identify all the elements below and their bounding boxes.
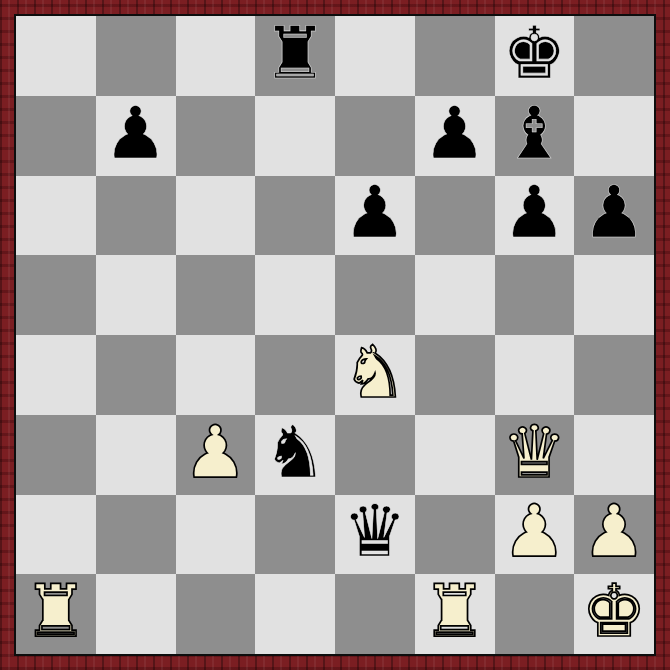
square-h6[interactable]: ♟: [574, 176, 654, 256]
square-c8[interactable]: [176, 16, 256, 96]
white-rook[interactable]: ♜: [422, 575, 487, 647]
square-c6[interactable]: [176, 176, 256, 256]
square-c1[interactable]: [176, 574, 256, 654]
square-c3[interactable]: ♟: [176, 415, 256, 495]
square-e6[interactable]: ♟: [335, 176, 415, 256]
square-b5[interactable]: [96, 255, 176, 335]
chess-board: ♜♚♟♟♝♟♟♟♞♟♞♛♛♟♟♜♜♚: [14, 14, 656, 656]
square-a6[interactable]: [16, 176, 96, 256]
square-g5[interactable]: [495, 255, 575, 335]
square-b1[interactable]: [96, 574, 176, 654]
square-e5[interactable]: [335, 255, 415, 335]
square-f8[interactable]: [415, 16, 495, 96]
black-rook[interactable]: ♜: [263, 17, 328, 89]
square-h2[interactable]: ♟: [574, 495, 654, 575]
square-f4[interactable]: [415, 335, 495, 415]
square-d8[interactable]: ♜: [255, 16, 335, 96]
black-pawn[interactable]: ♟: [103, 97, 168, 169]
square-h1[interactable]: ♚: [574, 574, 654, 654]
square-g1[interactable]: [495, 574, 575, 654]
white-pawn[interactable]: ♟: [183, 416, 248, 488]
square-a1[interactable]: ♜: [16, 574, 96, 654]
white-knight[interactable]: ♞: [343, 336, 408, 408]
square-b3[interactable]: [96, 415, 176, 495]
black-pawn[interactable]: ♟: [422, 97, 487, 169]
black-pawn[interactable]: ♟: [502, 176, 567, 248]
square-g3[interactable]: ♛: [495, 415, 575, 495]
board-frame: ♜♚♟♟♝♟♟♟♞♟♞♛♛♟♟♜♜♚: [0, 0, 670, 670]
square-b6[interactable]: [96, 176, 176, 256]
square-g7[interactable]: ♝: [495, 96, 575, 176]
square-b4[interactable]: [96, 335, 176, 415]
white-pawn[interactable]: ♟: [502, 495, 567, 567]
black-queen[interactable]: ♛: [343, 495, 408, 567]
square-a5[interactable]: [16, 255, 96, 335]
square-h7[interactable]: [574, 96, 654, 176]
square-h5[interactable]: [574, 255, 654, 335]
square-g4[interactable]: [495, 335, 575, 415]
square-e8[interactable]: [335, 16, 415, 96]
square-h3[interactable]: [574, 415, 654, 495]
square-d4[interactable]: [255, 335, 335, 415]
square-a7[interactable]: [16, 96, 96, 176]
square-e2[interactable]: ♛: [335, 495, 415, 575]
square-e1[interactable]: [335, 574, 415, 654]
square-a8[interactable]: [16, 16, 96, 96]
square-e3[interactable]: [335, 415, 415, 495]
black-pawn[interactable]: ♟: [582, 176, 647, 248]
square-b2[interactable]: [96, 495, 176, 575]
square-c4[interactable]: [176, 335, 256, 415]
square-e4[interactable]: ♞: [335, 335, 415, 415]
square-f7[interactable]: ♟: [415, 96, 495, 176]
square-d7[interactable]: [255, 96, 335, 176]
square-e7[interactable]: [335, 96, 415, 176]
black-pawn[interactable]: ♟: [343, 176, 408, 248]
white-queen[interactable]: ♛: [502, 416, 567, 488]
square-a3[interactable]: [16, 415, 96, 495]
black-knight[interactable]: ♞: [263, 416, 328, 488]
square-f2[interactable]: [415, 495, 495, 575]
square-h8[interactable]: [574, 16, 654, 96]
square-d2[interactable]: [255, 495, 335, 575]
white-king[interactable]: ♚: [582, 575, 647, 647]
square-g6[interactable]: ♟: [495, 176, 575, 256]
square-d5[interactable]: [255, 255, 335, 335]
square-g8[interactable]: ♚: [495, 16, 575, 96]
square-a2[interactable]: [16, 495, 96, 575]
square-c7[interactable]: [176, 96, 256, 176]
square-f3[interactable]: [415, 415, 495, 495]
square-d3[interactable]: ♞: [255, 415, 335, 495]
black-bishop[interactable]: ♝: [502, 97, 567, 169]
square-d6[interactable]: [255, 176, 335, 256]
square-f6[interactable]: [415, 176, 495, 256]
square-f1[interactable]: ♜: [415, 574, 495, 654]
square-a4[interactable]: [16, 335, 96, 415]
square-h4[interactable]: [574, 335, 654, 415]
square-b8[interactable]: [96, 16, 176, 96]
square-c5[interactable]: [176, 255, 256, 335]
square-d1[interactable]: [255, 574, 335, 654]
square-f5[interactable]: [415, 255, 495, 335]
square-b7[interactable]: ♟: [96, 96, 176, 176]
square-g2[interactable]: ♟: [495, 495, 575, 575]
white-pawn[interactable]: ♟: [582, 495, 647, 567]
square-c2[interactable]: [176, 495, 256, 575]
white-rook[interactable]: ♜: [24, 575, 89, 647]
black-king[interactable]: ♚: [502, 17, 567, 89]
